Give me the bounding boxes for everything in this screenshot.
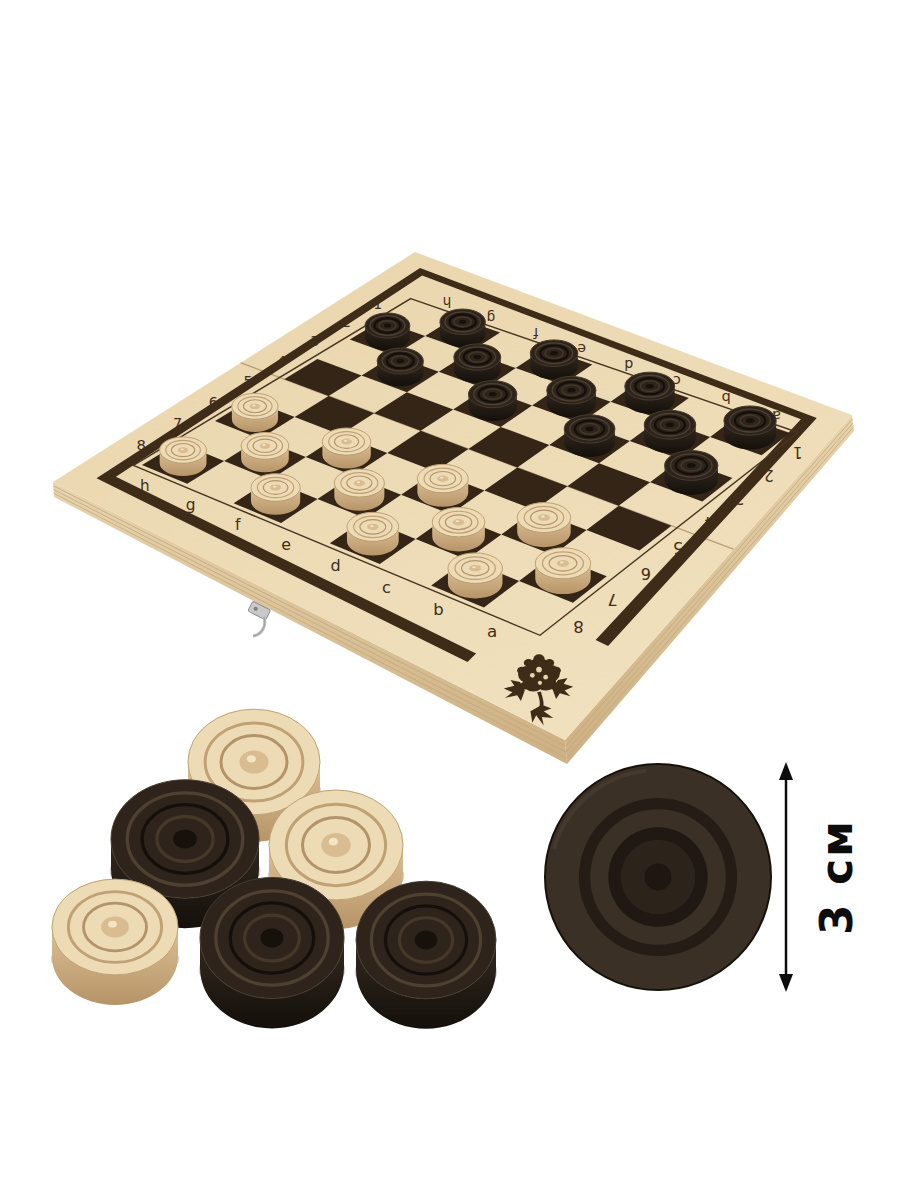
checkers-board-scene: 1122334455667788hhggffeeddccbbaa: [0, 0, 900, 1200]
rank-label-far-8: 8: [573, 617, 584, 636]
size-callout-text: 3 см: [811, 819, 862, 935]
checker-piece-dark-c1: [624, 372, 675, 414]
checker-piece-dark-g1: [439, 309, 485, 347]
checker-piece-light-h6: [231, 393, 278, 432]
checker-piece-light-e7: [334, 469, 385, 511]
rank-label-near-5: 5: [243, 373, 252, 389]
rank-label-far-3: 3: [735, 489, 745, 507]
checker-piece-light-b8: [447, 553, 503, 599]
checker-piece-dark-a1: [723, 406, 776, 450]
rank-label-far-2: 2: [764, 466, 774, 484]
checker-piece-light-c7: [432, 507, 486, 551]
checker-piece-dark-a3: [664, 451, 718, 495]
file-label-far-d: d: [624, 357, 633, 373]
loose-checker-light: [51, 879, 180, 1005]
rank-label-far-4: 4: [704, 513, 714, 531]
file-label-far-g: g: [487, 310, 496, 326]
checker-piece-light-d8: [346, 512, 399, 555]
checker-piece-dark-c3: [564, 415, 616, 457]
product-photo-scene: 1122334455667788hhggffeeddccbbaa 3 см: [0, 0, 900, 1200]
loose-checker-dark: [355, 881, 498, 1029]
file-label-near-h: h: [140, 477, 150, 495]
rank-label-near-1: 1: [374, 296, 383, 312]
checker-piece-light-g7: [241, 432, 290, 472]
rank-label-far-5: 5: [673, 538, 683, 557]
single-piece-top-view: [545, 764, 771, 990]
checker-piece-dark-d2: [546, 376, 596, 417]
rank-label-near-4: 4: [277, 353, 286, 369]
checker-piece-dark-b2: [644, 410, 697, 453]
checker-piece-light-d6: [417, 464, 469, 506]
checker-piece-dark-e3: [468, 381, 517, 421]
file-label-far-h: h: [443, 294, 452, 310]
file-label-near-c: c: [382, 578, 391, 597]
file-label-far-b: b: [722, 390, 731, 406]
checker-piece-dark-g3: [377, 348, 424, 387]
loose-checker-dark: [199, 878, 346, 1029]
file-label-near-a: a: [487, 621, 497, 641]
rank-label-near-8: 8: [136, 436, 145, 453]
checker-piece-dark-e1: [530, 340, 579, 380]
checker-piece-dark-f2: [453, 344, 501, 383]
rank-label-near-2: 2: [342, 314, 351, 330]
file-label-near-e: e: [281, 535, 291, 554]
checker-piece-light-a7: [535, 548, 592, 594]
file-label-near-d: d: [330, 556, 340, 575]
checker-piece-light-f6: [322, 428, 371, 468]
file-label-far-e: e: [577, 341, 586, 357]
rank-label-near-3: 3: [310, 333, 319, 349]
rank-label-near-6: 6: [209, 394, 218, 410]
checker-piece-dark-h2: [365, 313, 411, 350]
loose-pieces-cluster: [51, 709, 498, 1029]
file-label-near-f: f: [235, 516, 241, 534]
rank-label-far-6: 6: [641, 564, 651, 583]
checker-piece-light-f8: [250, 474, 300, 515]
checkers-board: 1122334455667788hhggffeeddccbbaa: [53, 252, 854, 764]
rank-label-far-1: 1: [793, 443, 803, 461]
file-label-near-b: b: [433, 600, 443, 619]
rank-label-far-7: 7: [607, 590, 617, 609]
file-label-near-g: g: [186, 496, 196, 514]
size-arrow: [779, 762, 793, 992]
checker-piece-light-b6: [517, 503, 572, 548]
checker-piece-light-h8: [159, 437, 207, 476]
rank-label-near-7: 7: [173, 414, 182, 431]
